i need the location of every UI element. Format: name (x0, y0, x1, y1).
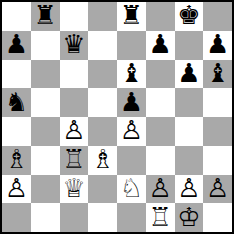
black-bishop-piece: ♝ (206, 60, 229, 87)
square-g5[interactable] (175, 88, 204, 117)
white-rook-piece: ♖ (62, 146, 85, 173)
square-a8[interactable] (2, 2, 31, 31)
square-h7[interactable]: ♟ (203, 31, 232, 60)
square-c3[interactable]: ♖ (60, 146, 89, 175)
square-g4[interactable] (175, 117, 204, 146)
square-g2[interactable]: ♙ (175, 175, 204, 204)
square-f7[interactable]: ♟ (146, 31, 175, 60)
square-c8[interactable] (60, 2, 89, 31)
white-pawn-piece: ♙ (120, 117, 143, 144)
square-f5[interactable] (146, 88, 175, 117)
square-h1[interactable] (203, 203, 232, 232)
white-pawn-piece: ♙ (148, 175, 171, 202)
white-bishop-piece: ♗ (5, 146, 28, 173)
square-h6[interactable]: ♝ (203, 60, 232, 89)
square-d6[interactable] (88, 60, 117, 89)
square-f8[interactable] (146, 2, 175, 31)
square-b1[interactable] (31, 203, 60, 232)
square-c5[interactable] (60, 88, 89, 117)
black-rook-piece: ♜ (33, 2, 56, 29)
square-f4[interactable] (146, 117, 175, 146)
square-f3[interactable] (146, 146, 175, 175)
square-g8[interactable]: ♚ (175, 2, 204, 31)
black-rook-piece: ♜ (120, 2, 143, 29)
black-pawn-piece: ♟ (206, 31, 229, 58)
square-h5[interactable] (203, 88, 232, 117)
square-a6[interactable] (2, 60, 31, 89)
square-g3[interactable] (175, 146, 204, 175)
white-pawn-piece: ♙ (5, 175, 28, 202)
square-b4[interactable] (31, 117, 60, 146)
square-b6[interactable] (31, 60, 60, 89)
square-a7[interactable]: ♟ (2, 31, 31, 60)
square-c4[interactable]: ♙ (60, 117, 89, 146)
square-b5[interactable] (31, 88, 60, 117)
square-b7[interactable] (31, 31, 60, 60)
square-d4[interactable] (88, 117, 117, 146)
square-e6[interactable]: ♝ (117, 60, 146, 89)
black-pawn-piece: ♟ (120, 88, 143, 115)
square-g1[interactable]: ♔ (175, 203, 204, 232)
square-h2[interactable]: ♙ (203, 175, 232, 204)
square-e1[interactable] (117, 203, 146, 232)
square-b8[interactable]: ♜ (31, 2, 60, 31)
square-e2[interactable]: ♘ (117, 175, 146, 204)
square-b3[interactable] (31, 146, 60, 175)
black-king-piece: ♚ (177, 2, 200, 29)
black-knight-piece: ♞ (5, 88, 28, 115)
square-d2[interactable] (88, 175, 117, 204)
square-a1[interactable] (2, 203, 31, 232)
black-pawn-piece: ♟ (5, 31, 28, 58)
square-g6[interactable]: ♟ (175, 60, 204, 89)
black-pawn-piece: ♟ (177, 60, 200, 87)
square-d1[interactable] (88, 203, 117, 232)
square-f1[interactable]: ♖ (146, 203, 175, 232)
square-f2[interactable]: ♙ (146, 175, 175, 204)
white-king-piece: ♔ (177, 203, 200, 230)
white-pawn-piece: ♙ (206, 175, 229, 202)
black-pawn-piece: ♟ (148, 31, 171, 58)
white-rook-piece: ♖ (148, 203, 171, 230)
square-e3[interactable] (117, 146, 146, 175)
square-c7[interactable]: ♛ (60, 31, 89, 60)
square-c1[interactable] (60, 203, 89, 232)
square-a2[interactable]: ♙ (2, 175, 31, 204)
square-d8[interactable] (88, 2, 117, 31)
square-b2[interactable] (31, 175, 60, 204)
square-h4[interactable] (203, 117, 232, 146)
black-bishop-piece: ♝ (120, 60, 143, 87)
white-bishop-piece: ♗ (91, 146, 114, 173)
square-a3[interactable]: ♗ (2, 146, 31, 175)
square-c6[interactable] (60, 60, 89, 89)
square-a4[interactable] (2, 117, 31, 146)
square-e7[interactable] (117, 31, 146, 60)
square-e4[interactable]: ♙ (117, 117, 146, 146)
square-f6[interactable] (146, 60, 175, 89)
square-d7[interactable] (88, 31, 117, 60)
square-a5[interactable]: ♞ (2, 88, 31, 117)
square-e8[interactable]: ♜ (117, 2, 146, 31)
square-h8[interactable] (203, 2, 232, 31)
white-pawn-piece: ♙ (62, 117, 85, 144)
chess-board: ♜♜♚♟♛♟♟♝♟♝♞♟♙♙♗♖♗♙♕♘♙♙♙♖♔ (0, 0, 234, 234)
square-d5[interactable] (88, 88, 117, 117)
square-h3[interactable] (203, 146, 232, 175)
square-e5[interactable]: ♟ (117, 88, 146, 117)
black-queen-piece: ♛ (62, 31, 85, 58)
square-d3[interactable]: ♗ (88, 146, 117, 175)
white-knight-piece: ♘ (120, 175, 143, 202)
square-c2[interactable]: ♕ (60, 175, 89, 204)
square-g7[interactable] (175, 31, 204, 60)
white-pawn-piece: ♙ (177, 175, 200, 202)
white-queen-piece: ♕ (62, 175, 85, 202)
